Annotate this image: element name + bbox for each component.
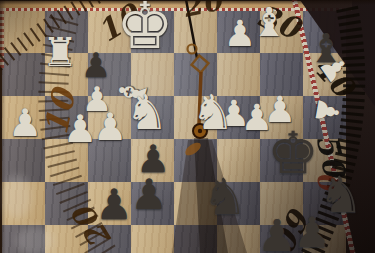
board-square (217, 96, 260, 139)
board-square (260, 96, 303, 139)
black-pawn-d4: ♟ (130, 174, 168, 216)
board-square (88, 139, 131, 182)
board-square (260, 139, 303, 182)
board-square (174, 182, 217, 225)
hand-ornament-diamond (192, 56, 209, 73)
board-square (131, 182, 174, 225)
white-rook-b7: ♜ (42, 32, 78, 72)
board-square (131, 139, 174, 182)
black-pawn-h3: ♟ (293, 212, 331, 253)
board-square (45, 96, 88, 139)
dial-number-60: 60 (266, 200, 317, 253)
white-bishop-fallen: ♝ (111, 73, 154, 113)
board-square (45, 53, 88, 96)
black-pawn-c4: ♟ (95, 184, 133, 226)
white-pawn-c5: ♟ (93, 108, 127, 146)
white-pawn-f6: ♟ (218, 96, 250, 132)
black-pawn-c7: ♟ (81, 48, 111, 82)
board-square (131, 96, 174, 139)
board-square (303, 10, 346, 53)
board-square (88, 53, 131, 96)
hand-shaft (199, 72, 201, 124)
board-square (2, 10, 45, 53)
board-border-left (0, 8, 4, 68)
board-square (131, 225, 174, 253)
hand-pivot-center (198, 129, 202, 133)
tick-arc-left (53, 20, 104, 253)
hand-tail (183, 140, 203, 158)
chess-clock-photo: ♟♝♜♟♚♝♟♟♞♞♟♟♟♟♟♟♚♟♟♞♞♟♟♝♟♟ 1020304050601… (0, 0, 375, 253)
board-square (260, 225, 303, 253)
board-square (88, 225, 131, 253)
board-square (174, 139, 217, 182)
board-square (131, 53, 174, 96)
hand-ornament-ring (188, 45, 197, 54)
board-square (45, 182, 88, 225)
board-square (2, 53, 45, 96)
board-square (45, 139, 88, 182)
board-square (217, 53, 260, 96)
board-square (174, 225, 217, 253)
board-square (2, 139, 45, 182)
dial-number-10: 10 (37, 85, 84, 138)
board-square (303, 225, 346, 253)
board-square (217, 182, 260, 225)
black-bishop-h7: ♝ (308, 28, 344, 68)
dial-numbers: 10203040506010200 (0, 0, 375, 253)
chessboard (0, 0, 375, 253)
board-square (217, 10, 260, 53)
white-knight-e6: ♞ (191, 88, 234, 136)
board-square (174, 53, 217, 96)
board-square (88, 182, 131, 225)
board-square (174, 10, 217, 53)
white-pawn-c6: ♟ (82, 82, 112, 116)
board-square (174, 96, 217, 139)
white-knight-d6: ♞ (125, 88, 168, 136)
hand-pivot (193, 124, 207, 138)
pieces-layer: ♟♝♜♟♚♝♟♟♞♞♟♟♟♟♟♟♚♟♟♞♞♟♟♝♟♟ (0, 0, 375, 253)
hand-shadow (172, 140, 247, 253)
board-square (88, 96, 131, 139)
board-square (217, 225, 260, 253)
white-pawn-a6: ♟ (8, 104, 42, 142)
ghost-reflection (2, 175, 32, 219)
white-pawn-h6: ♟ (264, 92, 296, 128)
glare-highlight (0, 0, 375, 253)
board-square (88, 10, 131, 53)
board-square (2, 96, 45, 139)
vignette (0, 0, 375, 253)
board-square (45, 10, 88, 53)
dial-number-20: 20 (66, 199, 119, 253)
ghost-reflection (16, 226, 54, 253)
black-pawn-g3: ♟ (257, 214, 296, 253)
white-pawn-b5: ♟ (63, 110, 97, 148)
black-knight-f4: ♞ (203, 172, 248, 222)
white-pawn-fallen: ♟ (314, 49, 354, 88)
hand-shadow-core (194, 138, 228, 253)
board-square (217, 139, 260, 182)
black-king-g5: ♚ (267, 124, 319, 182)
white-pawn-g6: ♟ (241, 100, 273, 136)
board-square (131, 10, 174, 53)
board-square (260, 182, 303, 225)
board-border-right (288, 0, 360, 253)
color-tone-overlay (0, 0, 375, 253)
background-corner (0, 0, 375, 253)
board-square (260, 53, 303, 96)
white-pawn-f8: ♟ (224, 16, 256, 52)
black-pawn-d5: ♟ (136, 140, 170, 178)
tick-arc-right (310, 8, 354, 253)
clock-dial-overlay (0, 0, 375, 253)
